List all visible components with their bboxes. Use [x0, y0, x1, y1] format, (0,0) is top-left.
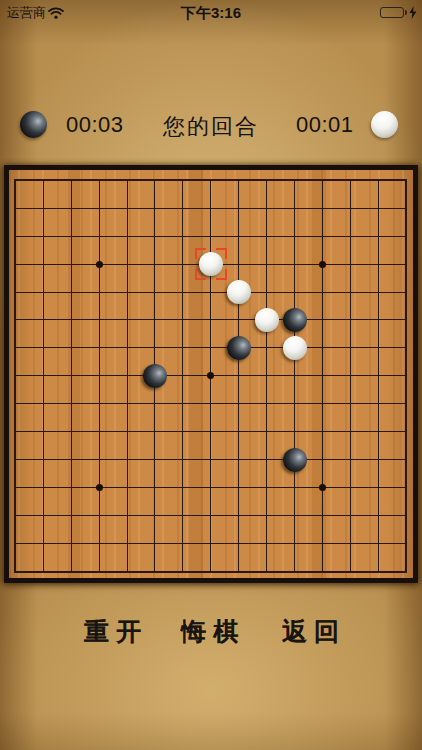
- turn-indicator: 您的回合: [0, 112, 422, 142]
- stone-black: [283, 308, 307, 332]
- status-bar: 运营商 下午3:16: [0, 0, 422, 22]
- stone-white: [255, 308, 279, 332]
- charging-bolt-icon: [409, 5, 417, 23]
- star-point: [96, 484, 103, 491]
- restart-button[interactable]: 重开: [84, 615, 148, 648]
- clock-bar: 00:03 您的回合 00:01: [0, 108, 422, 142]
- stone-black: [227, 336, 251, 360]
- back-button[interactable]: 返回: [282, 615, 346, 648]
- stone-black: [283, 448, 307, 472]
- stone-white: [227, 280, 251, 304]
- status-time: 下午3:16: [0, 4, 422, 23]
- board-grid[interactable]: [15, 180, 407, 572]
- stone-black: [143, 364, 167, 388]
- app-screen: 运营商 下午3:16 00:03 您的回合 00:01 重: [0, 0, 422, 750]
- battery-icon: [380, 7, 404, 18]
- gomoku-board[interactable]: [4, 165, 418, 583]
- star-point: [319, 484, 326, 491]
- white-stone-icon: [371, 111, 398, 138]
- undo-button[interactable]: 悔棋: [181, 615, 245, 648]
- stone-white: [283, 336, 307, 360]
- stone-white: [199, 252, 223, 276]
- star-point: [96, 261, 103, 268]
- star-point: [319, 261, 326, 268]
- white-timer: 00:01: [296, 112, 354, 138]
- star-point: [207, 372, 214, 379]
